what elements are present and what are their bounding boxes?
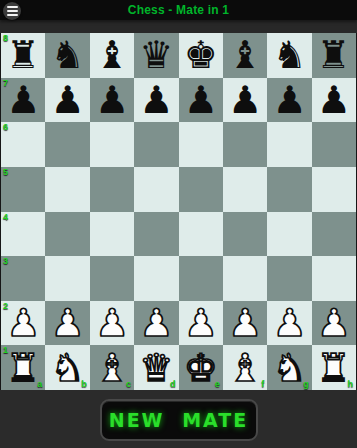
square-b5[interactable] bbox=[45, 167, 89, 212]
square-f4[interactable] bbox=[223, 212, 267, 257]
black-rook-a8[interactable]: ♜ bbox=[6, 33, 40, 77]
file-label-c: c bbox=[126, 380, 131, 389]
file-label-b: b bbox=[81, 380, 87, 389]
square-f5[interactable] bbox=[223, 167, 267, 212]
black-pawn-f7[interactable]: ♟ bbox=[228, 78, 262, 122]
black-pawn-a7[interactable]: ♟ bbox=[6, 78, 40, 122]
square-h7[interactable]: ♟ bbox=[312, 78, 356, 123]
white-pawn-e2[interactable]: ♟ bbox=[184, 301, 218, 345]
black-pawn-c7[interactable]: ♟ bbox=[95, 78, 129, 122]
square-d7[interactable]: ♟ bbox=[134, 78, 178, 123]
rank-label-6: 6 bbox=[3, 123, 8, 132]
app-header: Chess - Mate in 1 bbox=[0, 0, 357, 33]
square-f7[interactable]: ♟ bbox=[223, 78, 267, 123]
square-a8[interactable]: 8♜ bbox=[1, 33, 45, 78]
rank-label-2: 2 bbox=[3, 302, 8, 311]
square-g6[interactable] bbox=[267, 122, 311, 167]
file-label-e: e bbox=[215, 380, 220, 389]
square-h3[interactable] bbox=[312, 256, 356, 301]
square-b2[interactable]: ♟ bbox=[45, 301, 89, 346]
rank-label-5: 5 bbox=[3, 168, 8, 177]
square-a6[interactable]: 6 bbox=[1, 122, 45, 167]
square-d5[interactable] bbox=[134, 167, 178, 212]
square-c5[interactable] bbox=[90, 167, 134, 212]
white-pawn-b2[interactable]: ♟ bbox=[51, 301, 85, 345]
square-h1[interactable]: h♜ bbox=[312, 345, 356, 390]
white-queen-d1[interactable]: ♛ bbox=[139, 346, 173, 390]
black-pawn-g7[interactable]: ♟ bbox=[272, 78, 306, 122]
hamburger-icon bbox=[7, 6, 18, 8]
square-c7[interactable]: ♟ bbox=[90, 78, 134, 123]
white-pawn-c2[interactable]: ♟ bbox=[95, 301, 129, 345]
black-pawn-e7[interactable]: ♟ bbox=[184, 78, 218, 122]
black-bishop-f8[interactable]: ♝ bbox=[228, 33, 262, 77]
square-d8[interactable]: ♛ bbox=[134, 33, 178, 78]
black-pawn-d7[interactable]: ♟ bbox=[139, 78, 173, 122]
white-pawn-a2[interactable]: ♟ bbox=[6, 301, 40, 345]
black-pawn-b7[interactable]: ♟ bbox=[51, 78, 85, 122]
rank-label-7: 7 bbox=[3, 79, 8, 88]
square-a5[interactable]: 5 bbox=[1, 167, 45, 212]
rank-label-3: 3 bbox=[3, 257, 8, 266]
square-h6[interactable] bbox=[312, 122, 356, 167]
square-f3[interactable] bbox=[223, 256, 267, 301]
square-g4[interactable] bbox=[267, 212, 311, 257]
rank-label-8: 8 bbox=[3, 34, 8, 43]
square-g2[interactable]: ♟ bbox=[267, 301, 311, 346]
square-g5[interactable] bbox=[267, 167, 311, 212]
square-d3[interactable] bbox=[134, 256, 178, 301]
menu-button[interactable] bbox=[3, 2, 21, 20]
square-a4[interactable]: 4 bbox=[1, 212, 45, 257]
black-rook-h8[interactable]: ♜ bbox=[317, 33, 351, 77]
rank-label-1: 1 bbox=[3, 346, 8, 355]
square-e1[interactable]: e♚ bbox=[179, 345, 223, 390]
square-d1[interactable]: d♛ bbox=[134, 345, 178, 390]
white-pawn-g2[interactable]: ♟ bbox=[272, 301, 306, 345]
file-label-g: g bbox=[303, 380, 309, 389]
square-d2[interactable]: ♟ bbox=[134, 301, 178, 346]
square-b4[interactable] bbox=[45, 212, 89, 257]
square-g7[interactable]: ♟ bbox=[267, 78, 311, 123]
black-pawn-h7[interactable]: ♟ bbox=[317, 78, 351, 122]
title-bar: Chess - Mate in 1 bbox=[0, 0, 357, 20]
white-pawn-f2[interactable]: ♟ bbox=[228, 301, 262, 345]
square-c4[interactable] bbox=[90, 212, 134, 257]
white-bishop-f1[interactable]: ♝ bbox=[228, 346, 262, 390]
file-label-h: h bbox=[348, 380, 354, 389]
rank-label-4: 4 bbox=[3, 213, 8, 222]
square-d4[interactable] bbox=[134, 212, 178, 257]
square-b7[interactable]: ♟ bbox=[45, 78, 89, 123]
white-pawn-h2[interactable]: ♟ bbox=[317, 301, 351, 345]
square-c2[interactable]: ♟ bbox=[90, 301, 134, 346]
square-h5[interactable] bbox=[312, 167, 356, 212]
white-king-e1[interactable]: ♚ bbox=[184, 346, 218, 390]
black-king-e8[interactable]: ♚ bbox=[184, 33, 218, 77]
new-mate-button[interactable]: NEW MATE bbox=[100, 399, 258, 441]
square-e4[interactable] bbox=[179, 212, 223, 257]
square-a7[interactable]: 7♟ bbox=[1, 78, 45, 123]
square-c3[interactable] bbox=[90, 256, 134, 301]
square-e8[interactable]: ♚ bbox=[179, 33, 223, 78]
white-knight-b1[interactable]: ♞ bbox=[51, 346, 85, 390]
square-a1[interactable]: 1a♜ bbox=[1, 345, 45, 390]
file-label-a: a bbox=[37, 380, 42, 389]
black-knight-b8[interactable]: ♞ bbox=[51, 33, 85, 77]
square-e5[interactable] bbox=[179, 167, 223, 212]
square-e3[interactable] bbox=[179, 256, 223, 301]
square-g8[interactable]: ♞ bbox=[267, 33, 311, 78]
square-c8[interactable]: ♝ bbox=[90, 33, 134, 78]
file-label-d: d bbox=[170, 380, 176, 389]
black-knight-g8[interactable]: ♞ bbox=[272, 33, 306, 77]
square-f8[interactable]: ♝ bbox=[223, 33, 267, 78]
square-b6[interactable] bbox=[45, 122, 89, 167]
square-a2[interactable]: 2♟ bbox=[1, 301, 45, 346]
white-pawn-d2[interactable]: ♟ bbox=[139, 301, 173, 345]
black-bishop-c8[interactable]: ♝ bbox=[95, 33, 129, 77]
white-bishop-c1[interactable]: ♝ bbox=[95, 346, 129, 390]
square-e2[interactable]: ♟ bbox=[179, 301, 223, 346]
white-rook-a1[interactable]: ♜ bbox=[6, 346, 40, 390]
square-a3[interactable]: 3 bbox=[1, 256, 45, 301]
square-g3[interactable] bbox=[267, 256, 311, 301]
square-g1[interactable]: g♞ bbox=[267, 345, 311, 390]
square-e7[interactable]: ♟ bbox=[179, 78, 223, 123]
square-c1[interactable]: c♝ bbox=[90, 345, 134, 390]
square-h2[interactable]: ♟ bbox=[312, 301, 356, 346]
white-rook-h1[interactable]: ♜ bbox=[317, 346, 351, 390]
square-h8[interactable]: ♜ bbox=[312, 33, 356, 78]
square-b8[interactable]: ♞ bbox=[45, 33, 89, 78]
square-f2[interactable]: ♟ bbox=[223, 301, 267, 346]
chess-board[interactable]: 8♜♞♝♛♚♝♞♜7♟♟♟♟♟♟♟♟65432♟♟♟♟♟♟♟♟1a♜b♞c♝d♛… bbox=[0, 33, 357, 390]
square-f1[interactable]: f♝ bbox=[223, 345, 267, 390]
square-d6[interactable] bbox=[134, 122, 178, 167]
file-label-f: f bbox=[261, 380, 264, 389]
square-f6[interactable] bbox=[223, 122, 267, 167]
square-h4[interactable] bbox=[312, 212, 356, 257]
square-b3[interactable] bbox=[45, 256, 89, 301]
square-b1[interactable]: b♞ bbox=[45, 345, 89, 390]
white-knight-g1[interactable]: ♞ bbox=[272, 346, 306, 390]
square-c6[interactable] bbox=[90, 122, 134, 167]
square-e6[interactable] bbox=[179, 122, 223, 167]
app-title: Chess - Mate in 1 bbox=[128, 3, 229, 17]
bottom-bar: NEW MATE bbox=[0, 390, 357, 448]
black-queen-d8[interactable]: ♛ bbox=[139, 33, 173, 77]
